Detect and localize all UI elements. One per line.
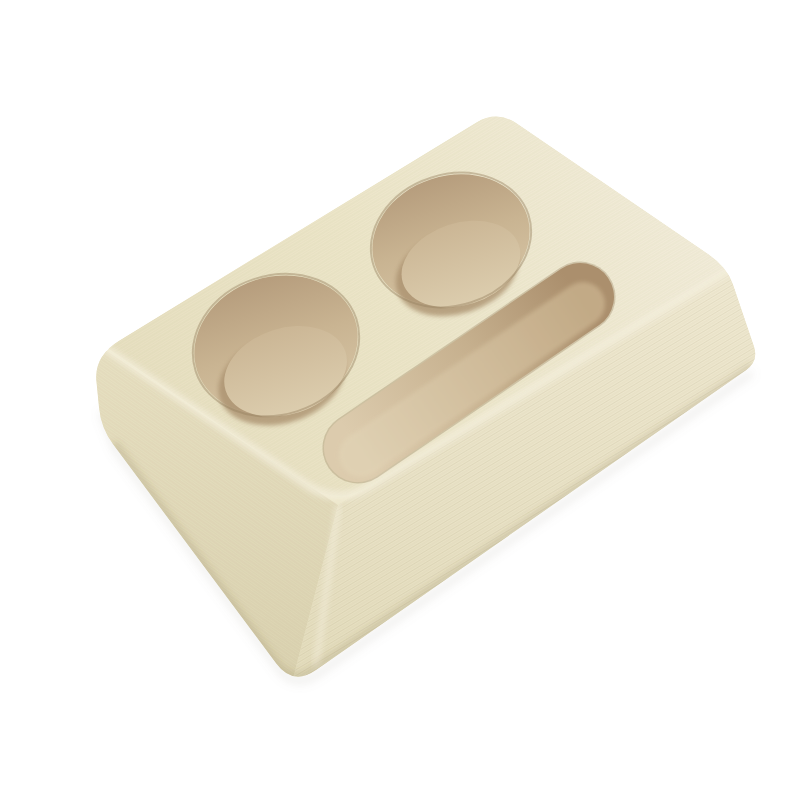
wooden-block-illustration xyxy=(0,0,800,800)
product-photo xyxy=(0,0,800,800)
